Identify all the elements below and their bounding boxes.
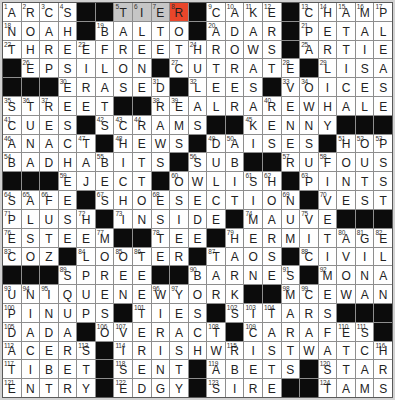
grid-cell[interactable]: H bbox=[59, 22, 77, 40]
grid-cell[interactable]: A bbox=[40, 22, 58, 40]
grid-cell[interactable]: A bbox=[40, 135, 58, 153]
grid-cell[interactable]: 23E bbox=[77, 41, 95, 59]
grid-cell[interactable]: E bbox=[189, 191, 207, 209]
grid-cell[interactable]: 27C bbox=[170, 59, 188, 77]
grid-cell[interactable]: H bbox=[22, 41, 40, 59]
grid-cell[interactable]: 41C bbox=[3, 116, 21, 134]
grid-cell[interactable]: 121E bbox=[3, 379, 21, 397]
grid-cell[interactable]: 38R bbox=[152, 97, 170, 115]
grid-cell[interactable]: A bbox=[152, 116, 170, 134]
grid-cell[interactable]: O bbox=[189, 285, 207, 303]
grid-cell[interactable]: B bbox=[226, 153, 244, 171]
grid-cell[interactable]: D bbox=[40, 323, 58, 341]
grid-cell[interactable]: S bbox=[189, 304, 207, 322]
grid-cell[interactable]: E bbox=[244, 360, 262, 378]
grid-cell[interactable]: C bbox=[22, 342, 40, 360]
grid-cell[interactable]: 104T bbox=[263, 304, 281, 322]
grid-cell[interactable]: 83C bbox=[3, 248, 21, 266]
grid-cell[interactable]: M bbox=[356, 379, 374, 397]
grid-cell[interactable]: 75V bbox=[300, 210, 318, 228]
grid-cell[interactable]: 119A bbox=[207, 360, 225, 378]
grid-cell[interactable]: R bbox=[40, 41, 58, 59]
grid-cell[interactable]: A bbox=[244, 22, 262, 40]
grid-cell[interactable]: 95I bbox=[40, 285, 58, 303]
grid-cell[interactable]: D bbox=[189, 210, 207, 228]
grid-cell[interactable]: A bbox=[374, 266, 392, 284]
grid-cell[interactable]: E bbox=[282, 135, 300, 153]
grid-cell[interactable]: N bbox=[282, 116, 300, 134]
grid-cell[interactable]: N bbox=[244, 266, 262, 284]
grid-cell[interactable]: O bbox=[114, 59, 132, 77]
grid-cell[interactable]: E bbox=[207, 210, 225, 228]
grid-cell[interactable]: 14H bbox=[319, 3, 337, 21]
grid-cell[interactable]: A bbox=[244, 97, 262, 115]
grid-cell[interactable]: 51H bbox=[337, 135, 355, 153]
grid-cell[interactable]: O bbox=[22, 248, 40, 266]
grid-cell[interactable]: S bbox=[300, 135, 318, 153]
grid-cell[interactable]: S bbox=[244, 78, 262, 96]
grid-cell[interactable]: E bbox=[59, 229, 77, 247]
grid-cell[interactable]: 32L bbox=[189, 78, 207, 96]
grid-cell[interactable]: W bbox=[300, 342, 318, 360]
grid-cell[interactable]: I bbox=[114, 153, 132, 171]
grid-cell[interactable]: 34O bbox=[300, 78, 318, 96]
grid-cell[interactable]: S bbox=[319, 304, 337, 322]
grid-cell[interactable]: C bbox=[114, 172, 132, 190]
grid-cell[interactable]: I bbox=[152, 342, 170, 360]
grid-cell[interactable]: E bbox=[374, 97, 392, 115]
grid-cell[interactable]: 45K bbox=[244, 116, 262, 134]
grid-cell[interactable]: J bbox=[77, 172, 95, 190]
grid-cell[interactable]: E bbox=[133, 285, 151, 303]
grid-cell[interactable]: T bbox=[40, 229, 58, 247]
grid-cell[interactable]: S bbox=[96, 304, 114, 322]
grid-cell[interactable]: A bbox=[337, 379, 355, 397]
grid-cell[interactable]: 18N bbox=[3, 22, 21, 40]
grid-cell[interactable]: 92M bbox=[319, 266, 337, 284]
grid-cell[interactable]: E bbox=[59, 97, 77, 115]
grid-cell[interactable]: E bbox=[189, 229, 207, 247]
grid-cell[interactable]: R bbox=[59, 379, 77, 397]
grid-cell[interactable]: H bbox=[59, 153, 77, 171]
grid-cell[interactable]: O bbox=[337, 266, 355, 284]
grid-cell[interactable]: 11K bbox=[244, 3, 262, 21]
grid-cell[interactable]: E bbox=[77, 229, 95, 247]
grid-cell[interactable]: E bbox=[40, 116, 58, 134]
grid-cell[interactable]: U bbox=[22, 116, 40, 134]
cursor-cell[interactable]: 8R bbox=[170, 3, 188, 21]
grid-cell[interactable]: 81G bbox=[356, 229, 374, 247]
grid-cell[interactable]: 76E bbox=[3, 229, 21, 247]
grid-cell[interactable]: 70V bbox=[319, 191, 337, 209]
grid-cell[interactable]: S bbox=[282, 360, 300, 378]
grid-cell[interactable]: 102S bbox=[226, 304, 244, 322]
grid-cell[interactable]: N bbox=[133, 59, 151, 77]
grid-cell[interactable]: 42S bbox=[96, 116, 114, 134]
grid-cell[interactable]: C bbox=[207, 191, 225, 209]
grid-cell[interactable]: I bbox=[356, 248, 374, 266]
grid-cell[interactable]: I bbox=[77, 59, 95, 77]
grid-cell[interactable]: R bbox=[77, 78, 95, 96]
grid-cell[interactable]: I bbox=[244, 135, 262, 153]
grid-cell[interactable]: R bbox=[170, 248, 188, 266]
grid-cell[interactable]: H bbox=[319, 97, 337, 115]
grid-cell[interactable]: L bbox=[207, 172, 225, 190]
grid-cell[interactable]: 116H bbox=[374, 342, 392, 360]
grid-cell[interactable]: 79H bbox=[226, 229, 244, 247]
grid-cell[interactable]: E bbox=[77, 97, 95, 115]
grid-cell[interactable]: I bbox=[244, 342, 262, 360]
grid-cell[interactable]: 35S bbox=[3, 97, 21, 115]
grid-cell[interactable]: T bbox=[207, 59, 225, 77]
grid-cell[interactable]: 93U bbox=[3, 285, 21, 303]
grid-cell[interactable]: C bbox=[337, 78, 355, 96]
grid-cell[interactable]: I bbox=[170, 210, 188, 228]
grid-cell[interactable]: 2R bbox=[22, 3, 40, 21]
grid-cell[interactable]: 56S bbox=[189, 153, 207, 171]
grid-cell[interactable]: 87T bbox=[207, 248, 225, 266]
grid-cell[interactable]: V bbox=[337, 248, 355, 266]
grid-cell[interactable]: 29L bbox=[319, 59, 337, 77]
grid-cell[interactable]: 55B bbox=[96, 153, 114, 171]
grid-cell[interactable]: T bbox=[374, 191, 392, 209]
grid-cell[interactable]: T bbox=[170, 41, 188, 59]
grid-cell[interactable]: A bbox=[263, 323, 281, 341]
grid-cell[interactable]: S bbox=[189, 116, 207, 134]
active-word-cell[interactable]: 6I bbox=[133, 3, 151, 21]
grid-cell[interactable]: 71P bbox=[3, 210, 21, 228]
grid-cell[interactable]: 58F bbox=[319, 153, 337, 171]
grid-cell[interactable]: R bbox=[226, 97, 244, 115]
grid-cell[interactable]: R bbox=[282, 323, 300, 341]
grid-cell[interactable]: 98M bbox=[282, 285, 300, 303]
grid-cell[interactable]: S bbox=[374, 153, 392, 171]
grid-cell[interactable]: 66F bbox=[40, 191, 58, 209]
grid-cell[interactable]: A bbox=[22, 153, 40, 171]
grid-cell[interactable]: 26E bbox=[22, 59, 40, 77]
grid-cell[interactable]: T bbox=[77, 360, 95, 378]
grid-cell[interactable]: 30E bbox=[59, 78, 77, 96]
active-word-cell[interactable]: 5T bbox=[114, 3, 132, 21]
grid-cell[interactable]: R bbox=[114, 41, 132, 59]
grid-cell[interactable]: 49D bbox=[207, 135, 225, 153]
grid-cell[interactable]: 61S bbox=[244, 172, 262, 190]
grid-cell[interactable]: L bbox=[133, 22, 151, 40]
grid-cell[interactable]: 9C bbox=[207, 3, 225, 21]
grid-cell[interactable]: E bbox=[133, 135, 151, 153]
grid-cell[interactable]: S bbox=[59, 59, 77, 77]
grid-cell[interactable]: F bbox=[96, 41, 114, 59]
grid-cell[interactable]: W bbox=[189, 172, 207, 190]
grid-cell[interactable]: E bbox=[207, 78, 225, 96]
grid-cell[interactable]: I bbox=[319, 172, 337, 190]
grid-cell[interactable]: S bbox=[263, 135, 281, 153]
grid-cell[interactable]: 89S bbox=[59, 266, 77, 284]
grid-cell[interactable]: A bbox=[356, 22, 374, 40]
grid-cell[interactable]: 16M bbox=[356, 3, 374, 21]
grid-cell[interactable]: A bbox=[189, 97, 207, 115]
grid-cell[interactable]: E bbox=[226, 78, 244, 96]
grid-cell[interactable]: E bbox=[263, 266, 281, 284]
grid-cell[interactable]: N bbox=[356, 266, 374, 284]
grid-cell[interactable]: T bbox=[226, 191, 244, 209]
grid-cell[interactable]: 124T bbox=[319, 379, 337, 397]
grid-cell[interactable]: C bbox=[189, 323, 207, 341]
grid-cell[interactable]: 57R bbox=[282, 153, 300, 171]
grid-cell[interactable]: 15A bbox=[337, 3, 355, 21]
grid-cell[interactable]: S bbox=[59, 210, 77, 228]
grid-cell[interactable]: U bbox=[77, 285, 95, 303]
grid-cell[interactable]: T bbox=[337, 41, 355, 59]
grid-cell[interactable]: T bbox=[337, 360, 355, 378]
grid-cell[interactable]: P bbox=[77, 304, 95, 322]
grid-cell[interactable]: N bbox=[374, 285, 392, 303]
grid-cell[interactable]: L bbox=[22, 210, 40, 228]
grid-cell[interactable]: 105D bbox=[3, 323, 21, 341]
grid-cell[interactable]: S bbox=[263, 41, 281, 59]
grid-cell[interactable]: N bbox=[40, 304, 58, 322]
grid-cell[interactable]: 13C bbox=[300, 3, 318, 21]
grid-cell[interactable]: A bbox=[337, 97, 355, 115]
grid-cell[interactable]: E bbox=[133, 266, 151, 284]
grid-cell[interactable]: E bbox=[133, 41, 151, 59]
grid-cell[interactable]: E bbox=[319, 22, 337, 40]
grid-cell[interactable]: E bbox=[356, 78, 374, 96]
grid-cell[interactable]: 120S bbox=[319, 360, 337, 378]
grid-cell[interactable]: 97Y bbox=[170, 285, 188, 303]
grid-cell[interactable]: W bbox=[152, 135, 170, 153]
grid-cell[interactable]: A bbox=[319, 342, 337, 360]
grid-cell[interactable]: 44R bbox=[133, 116, 151, 134]
grid-cell[interactable]: 62H bbox=[263, 172, 281, 190]
grid-cell[interactable]: 110E bbox=[337, 323, 355, 341]
grid-cell[interactable]: Z bbox=[40, 248, 58, 266]
grid-cell[interactable]: 112A bbox=[3, 342, 21, 360]
grid-cell[interactable]: 36T bbox=[22, 97, 40, 115]
grid-cell[interactable]: K bbox=[226, 285, 244, 303]
grid-cell[interactable]: 100P bbox=[3, 304, 21, 322]
grid-cell[interactable]: C bbox=[356, 342, 374, 360]
grid-cell[interactable]: R bbox=[374, 360, 392, 378]
grid-cell[interactable]: 85O bbox=[114, 248, 132, 266]
grid-cell[interactable]: T bbox=[263, 59, 281, 77]
grid-cell[interactable]: 22T bbox=[3, 41, 21, 59]
grid-cell[interactable]: E bbox=[319, 210, 337, 228]
grid-cell[interactable]: T bbox=[133, 153, 151, 171]
grid-cell[interactable]: 53P bbox=[374, 135, 392, 153]
grid-cell[interactable]: 115R bbox=[226, 342, 244, 360]
grid-cell[interactable]: S bbox=[170, 342, 188, 360]
grid-cell[interactable]: 90B bbox=[189, 266, 207, 284]
grid-cell[interactable]: O bbox=[337, 153, 355, 171]
grid-cell[interactable]: T bbox=[263, 360, 281, 378]
grid-cell[interactable]: N bbox=[22, 135, 40, 153]
grid-cell[interactable]: R bbox=[96, 266, 114, 284]
grid-cell[interactable]: E bbox=[170, 304, 188, 322]
grid-cell[interactable]: T bbox=[337, 342, 355, 360]
grid-cell[interactable]: E bbox=[96, 285, 114, 303]
grid-cell[interactable]: 118S bbox=[114, 360, 132, 378]
grid-cell[interactable]: 37R bbox=[40, 97, 58, 115]
grid-cell[interactable]: E bbox=[170, 229, 188, 247]
grid-cell[interactable]: E bbox=[96, 172, 114, 190]
grid-cell[interactable]: A bbox=[226, 248, 244, 266]
grid-cell[interactable]: E bbox=[319, 285, 337, 303]
grid-cell[interactable]: P bbox=[77, 266, 95, 284]
grid-cell[interactable]: U bbox=[189, 59, 207, 77]
grid-cell[interactable]: S bbox=[59, 116, 77, 134]
grid-cell[interactable]: E bbox=[59, 191, 77, 209]
grid-cell[interactable]: Q bbox=[59, 285, 77, 303]
grid-cell[interactable]: A bbox=[374, 59, 392, 77]
grid-cell[interactable]: E bbox=[133, 78, 151, 96]
grid-cell[interactable]: O bbox=[244, 248, 262, 266]
grid-cell[interactable]: 114I bbox=[114, 342, 132, 360]
grid-cell[interactable]: 50A bbox=[226, 135, 244, 153]
grid-cell[interactable]: R bbox=[207, 285, 225, 303]
grid-cell[interactable]: 94N bbox=[22, 285, 40, 303]
grid-cell[interactable]: F bbox=[319, 323, 337, 341]
grid-cell[interactable]: 96W bbox=[152, 285, 170, 303]
grid-cell[interactable]: E bbox=[263, 116, 281, 134]
grid-cell[interactable]: O bbox=[170, 22, 188, 40]
grid-cell[interactable]: A bbox=[207, 266, 225, 284]
grid-cell[interactable]: N bbox=[337, 172, 355, 190]
grid-cell[interactable]: I bbox=[319, 248, 337, 266]
grid-cell[interactable]: N bbox=[133, 210, 151, 228]
grid-cell[interactable]: I bbox=[226, 379, 244, 397]
grid-cell[interactable]: 109C bbox=[244, 323, 262, 341]
grid-cell[interactable]: 60O bbox=[170, 172, 188, 190]
grid-cell[interactable]: S bbox=[152, 153, 170, 171]
grid-cell[interactable]: N bbox=[22, 379, 40, 397]
grid-cell[interactable]: 103I bbox=[244, 304, 262, 322]
grid-cell[interactable]: 28E bbox=[282, 59, 300, 77]
grid-cell[interactable]: E bbox=[244, 229, 262, 247]
grid-cell[interactable]: S bbox=[263, 342, 281, 360]
grid-cell[interactable]: 19B bbox=[96, 22, 114, 40]
grid-cell[interactable]: T bbox=[133, 172, 151, 190]
grid-cell[interactable]: L bbox=[96, 59, 114, 77]
grid-cell[interactable]: I bbox=[337, 59, 355, 77]
grid-cell[interactable]: 17P bbox=[374, 3, 392, 21]
grid-cell[interactable]: 106O bbox=[96, 323, 114, 341]
grid-cell[interactable]: G bbox=[152, 379, 170, 397]
grid-cell[interactable]: 69N bbox=[282, 191, 300, 209]
grid-cell[interactable]: 113S bbox=[77, 342, 95, 360]
grid-cell[interactable]: N bbox=[114, 285, 132, 303]
grid-cell[interactable]: 108T bbox=[207, 323, 225, 341]
grid-cell[interactable]: 25A bbox=[300, 41, 318, 59]
grid-cell[interactable]: W bbox=[244, 41, 262, 59]
grid-cell[interactable]: B bbox=[40, 360, 58, 378]
grid-cell[interactable]: 77M bbox=[96, 229, 114, 247]
grid-cell[interactable]: 107V bbox=[114, 323, 132, 341]
grid-cell[interactable]: E bbox=[263, 379, 281, 397]
grid-cell[interactable]: R bbox=[263, 229, 281, 247]
grid-cell[interactable]: 80A bbox=[337, 229, 355, 247]
grid-cell[interactable]: I bbox=[22, 304, 40, 322]
grid-cell[interactable]: D bbox=[40, 153, 58, 171]
grid-cell[interactable]: A bbox=[356, 360, 374, 378]
grid-cell[interactable]: T bbox=[170, 360, 188, 378]
grid-cell[interactable]: I bbox=[226, 172, 244, 190]
grid-cell[interactable]: 91S bbox=[282, 266, 300, 284]
grid-cell[interactable]: 72H bbox=[77, 210, 95, 228]
grid-cell[interactable]: 33V bbox=[282, 78, 300, 96]
grid-cell[interactable]: 86T bbox=[133, 248, 151, 266]
grid-cell[interactable]: S bbox=[374, 78, 392, 96]
grid-cell[interactable]: 43C bbox=[114, 116, 132, 134]
grid-cell[interactable]: A bbox=[263, 210, 281, 228]
grid-cell[interactable]: 39E bbox=[170, 97, 188, 115]
grid-cell[interactable]: N bbox=[300, 116, 318, 134]
grid-cell[interactable]: E bbox=[114, 266, 132, 284]
grid-cell[interactable]: 54B bbox=[3, 153, 21, 171]
grid-cell[interactable]: I bbox=[300, 229, 318, 247]
grid-cell[interactable]: 88C bbox=[300, 248, 318, 266]
grid-cell[interactable]: 64S bbox=[3, 191, 21, 209]
grid-cell[interactable]: S bbox=[356, 191, 374, 209]
grid-cell[interactable]: E bbox=[337, 191, 355, 209]
grid-cell[interactable]: 20A bbox=[207, 22, 225, 40]
grid-cell[interactable]: E bbox=[374, 41, 392, 59]
grid-cell[interactable]: 24H bbox=[189, 41, 207, 59]
grid-cell[interactable]: S bbox=[22, 229, 40, 247]
grid-cell[interactable]: 12E bbox=[263, 3, 281, 21]
grid-cell[interactable]: A bbox=[22, 323, 40, 341]
grid-cell[interactable]: E bbox=[40, 342, 58, 360]
grid-cell[interactable]: S bbox=[374, 379, 392, 397]
grid-cell[interactable]: A bbox=[282, 304, 300, 322]
grid-cell[interactable]: A bbox=[356, 285, 374, 303]
grid-cell[interactable]: R bbox=[152, 323, 170, 341]
grid-cell[interactable]: S bbox=[356, 59, 374, 77]
grid-cell[interactable]: 84L bbox=[77, 248, 95, 266]
grid-cell[interactable]: U bbox=[207, 153, 225, 171]
grid-cell[interactable]: E bbox=[152, 248, 170, 266]
grid-cell[interactable]: E bbox=[133, 323, 151, 341]
grid-cell[interactable]: T bbox=[337, 22, 355, 40]
grid-cell[interactable]: 46A bbox=[3, 135, 21, 153]
grid-cell[interactable]: T bbox=[40, 379, 58, 397]
grid-cell[interactable]: E bbox=[152, 41, 170, 59]
grid-cell[interactable]: R bbox=[226, 266, 244, 284]
grid-cell[interactable]: U bbox=[356, 153, 374, 171]
grid-cell[interactable]: 122E bbox=[114, 379, 132, 397]
grid-cell[interactable]: S bbox=[374, 172, 392, 190]
grid-cell[interactable]: R bbox=[133, 342, 151, 360]
grid-cell[interactable]: U bbox=[40, 210, 58, 228]
grid-cell[interactable]: A bbox=[114, 22, 132, 40]
grid-cell[interactable]: E bbox=[282, 97, 300, 115]
grid-cell[interactable]: S bbox=[114, 78, 132, 96]
grid-cell[interactable]: T bbox=[319, 229, 337, 247]
grid-cell[interactable]: R bbox=[300, 304, 318, 322]
grid-cell[interactable]: R bbox=[244, 379, 262, 397]
grid-cell[interactable]: 40R bbox=[263, 97, 281, 115]
grid-cell[interactable]: 99C bbox=[300, 285, 318, 303]
grid-cell[interactable]: P bbox=[40, 59, 58, 77]
grid-cell[interactable]: R bbox=[226, 59, 244, 77]
grid-cell[interactable]: 73I bbox=[114, 210, 132, 228]
grid-cell[interactable]: 10A bbox=[226, 3, 244, 21]
grid-cell[interactable]: 4S bbox=[59, 3, 77, 21]
grid-cell[interactable]: 123S bbox=[207, 379, 225, 397]
grid-cell[interactable]: A bbox=[77, 153, 95, 171]
grid-cell[interactable]: T bbox=[282, 342, 300, 360]
grid-cell[interactable]: 65A bbox=[22, 191, 40, 209]
